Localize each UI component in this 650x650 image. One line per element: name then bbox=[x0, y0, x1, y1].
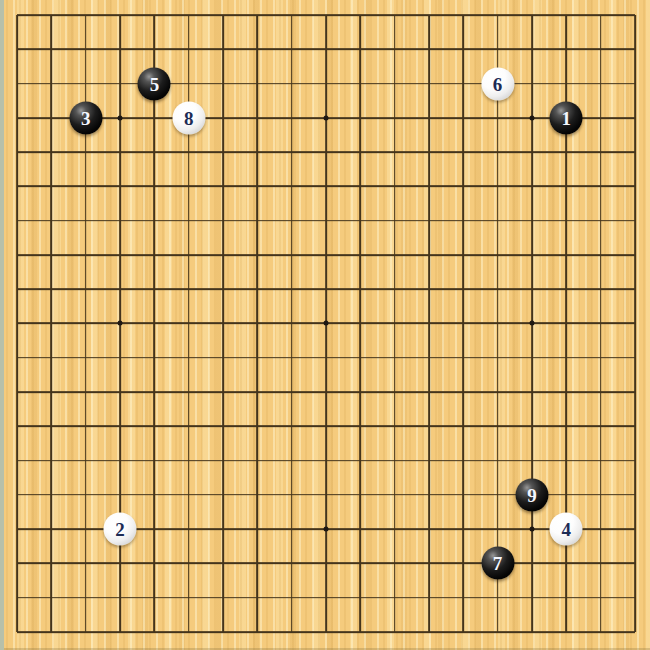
intersection-13-13[interactable] bbox=[412, 409, 446, 443]
intersection-19-10[interactable] bbox=[618, 306, 650, 340]
intersection-14-2[interactable] bbox=[446, 32, 480, 66]
intersection-3-12[interactable] bbox=[69, 375, 103, 409]
intersection-18-17[interactable] bbox=[583, 546, 617, 580]
intersection-10-4[interactable] bbox=[309, 101, 343, 135]
intersection-10-7[interactable] bbox=[309, 204, 343, 238]
intersection-17-3[interactable] bbox=[549, 67, 583, 101]
intersection-15-18[interactable] bbox=[480, 580, 514, 614]
intersection-3-16[interactable] bbox=[69, 512, 103, 546]
intersection-18-1[interactable] bbox=[583, 0, 617, 32]
intersection-4-4[interactable] bbox=[103, 101, 137, 135]
intersection-17-16[interactable]: 4 bbox=[549, 512, 583, 546]
intersection-13-15[interactable] bbox=[412, 478, 446, 512]
intersection-10-8[interactable] bbox=[309, 238, 343, 272]
intersection-4-10[interactable] bbox=[103, 306, 137, 340]
intersection-16-7[interactable] bbox=[515, 204, 549, 238]
intersection-12-1[interactable] bbox=[377, 0, 411, 32]
intersection-9-6[interactable] bbox=[275, 169, 309, 203]
intersection-19-7[interactable] bbox=[618, 204, 650, 238]
intersection-17-6[interactable] bbox=[549, 169, 583, 203]
intersection-14-16[interactable] bbox=[446, 512, 480, 546]
intersection-17-4[interactable]: 1 bbox=[549, 101, 583, 135]
intersection-8-14[interactable] bbox=[240, 443, 274, 477]
intersection-11-19[interactable] bbox=[343, 615, 377, 649]
intersection-1-10[interactable] bbox=[0, 306, 34, 340]
intersection-19-13[interactable] bbox=[618, 409, 650, 443]
intersection-8-13[interactable] bbox=[240, 409, 274, 443]
intersection-19-4[interactable] bbox=[618, 101, 650, 135]
intersection-19-8[interactable] bbox=[618, 238, 650, 272]
intersection-4-13[interactable] bbox=[103, 409, 137, 443]
intersection-10-11[interactable] bbox=[309, 341, 343, 375]
intersection-7-5[interactable] bbox=[206, 135, 240, 169]
intersection-13-8[interactable] bbox=[412, 238, 446, 272]
intersection-3-14[interactable] bbox=[69, 443, 103, 477]
intersection-9-9[interactable] bbox=[275, 272, 309, 306]
intersection-5-12[interactable] bbox=[137, 375, 171, 409]
intersection-6-3[interactable] bbox=[172, 67, 206, 101]
intersection-16-14[interactable] bbox=[515, 443, 549, 477]
intersection-9-4[interactable] bbox=[275, 101, 309, 135]
intersection-12-8[interactable] bbox=[377, 238, 411, 272]
intersection-6-14[interactable] bbox=[172, 443, 206, 477]
intersection-11-2[interactable] bbox=[343, 32, 377, 66]
intersection-14-11[interactable] bbox=[446, 341, 480, 375]
intersection-7-19[interactable] bbox=[206, 615, 240, 649]
intersection-3-4[interactable]: 3 bbox=[69, 101, 103, 135]
intersection-12-16[interactable] bbox=[377, 512, 411, 546]
intersection-13-10[interactable] bbox=[412, 306, 446, 340]
intersection-11-6[interactable] bbox=[343, 169, 377, 203]
intersection-2-4[interactable] bbox=[34, 101, 68, 135]
intersection-11-9[interactable] bbox=[343, 272, 377, 306]
intersection-4-15[interactable] bbox=[103, 478, 137, 512]
intersection-1-11[interactable] bbox=[0, 341, 34, 375]
intersection-17-1[interactable] bbox=[549, 0, 583, 32]
intersection-19-3[interactable] bbox=[618, 67, 650, 101]
intersection-17-18[interactable] bbox=[549, 580, 583, 614]
intersection-15-1[interactable] bbox=[480, 0, 514, 32]
intersection-10-1[interactable] bbox=[309, 0, 343, 32]
intersection-15-16[interactable] bbox=[480, 512, 514, 546]
intersection-9-7[interactable] bbox=[275, 204, 309, 238]
intersection-19-2[interactable] bbox=[618, 32, 650, 66]
intersection-7-2[interactable] bbox=[206, 32, 240, 66]
intersection-2-6[interactable] bbox=[34, 169, 68, 203]
intersection-9-8[interactable] bbox=[275, 238, 309, 272]
intersection-16-10[interactable] bbox=[515, 306, 549, 340]
intersection-17-7[interactable] bbox=[549, 204, 583, 238]
intersection-15-10[interactable] bbox=[480, 306, 514, 340]
intersection-3-13[interactable] bbox=[69, 409, 103, 443]
intersection-11-4[interactable] bbox=[343, 101, 377, 135]
intersection-10-6[interactable] bbox=[309, 169, 343, 203]
intersection-5-8[interactable] bbox=[137, 238, 171, 272]
intersection-6-18[interactable] bbox=[172, 580, 206, 614]
intersection-8-2[interactable] bbox=[240, 32, 274, 66]
intersection-9-3[interactable] bbox=[275, 67, 309, 101]
intersection-2-15[interactable] bbox=[34, 478, 68, 512]
intersection-10-14[interactable] bbox=[309, 443, 343, 477]
intersection-18-6[interactable] bbox=[583, 169, 617, 203]
intersection-10-19[interactable] bbox=[309, 615, 343, 649]
intersection-8-1[interactable] bbox=[240, 0, 274, 32]
intersection-2-17[interactable] bbox=[34, 546, 68, 580]
intersection-18-11[interactable] bbox=[583, 341, 617, 375]
intersection-15-11[interactable] bbox=[480, 341, 514, 375]
intersection-13-18[interactable] bbox=[412, 580, 446, 614]
intersection-16-19[interactable] bbox=[515, 615, 549, 649]
intersection-10-5[interactable] bbox=[309, 135, 343, 169]
intersection-3-5[interactable] bbox=[69, 135, 103, 169]
intersection-3-7[interactable] bbox=[69, 204, 103, 238]
intersection-17-19[interactable] bbox=[549, 615, 583, 649]
intersection-15-12[interactable] bbox=[480, 375, 514, 409]
intersection-2-8[interactable] bbox=[34, 238, 68, 272]
intersection-13-4[interactable] bbox=[412, 101, 446, 135]
intersection-14-15[interactable] bbox=[446, 478, 480, 512]
intersection-8-10[interactable] bbox=[240, 306, 274, 340]
intersection-16-3[interactable] bbox=[515, 67, 549, 101]
intersection-12-2[interactable] bbox=[377, 32, 411, 66]
intersection-12-17[interactable] bbox=[377, 546, 411, 580]
intersection-5-13[interactable] bbox=[137, 409, 171, 443]
intersection-18-9[interactable] bbox=[583, 272, 617, 306]
intersection-1-15[interactable] bbox=[0, 478, 34, 512]
intersection-4-5[interactable] bbox=[103, 135, 137, 169]
intersection-7-9[interactable] bbox=[206, 272, 240, 306]
intersection-2-19[interactable] bbox=[34, 615, 68, 649]
intersection-2-1[interactable] bbox=[34, 0, 68, 32]
intersection-8-7[interactable] bbox=[240, 204, 274, 238]
intersection-18-13[interactable] bbox=[583, 409, 617, 443]
intersection-3-15[interactable] bbox=[69, 478, 103, 512]
intersection-3-3[interactable] bbox=[69, 67, 103, 101]
intersection-10-2[interactable] bbox=[309, 32, 343, 66]
intersection-14-10[interactable] bbox=[446, 306, 480, 340]
intersection-14-17[interactable] bbox=[446, 546, 480, 580]
intersection-4-12[interactable] bbox=[103, 375, 137, 409]
intersection-9-19[interactable] bbox=[275, 615, 309, 649]
intersection-5-3[interactable]: 5 bbox=[137, 67, 171, 101]
intersection-5-11[interactable] bbox=[137, 341, 171, 375]
intersection-14-3[interactable] bbox=[446, 67, 480, 101]
intersection-4-11[interactable] bbox=[103, 341, 137, 375]
intersection-17-15[interactable] bbox=[549, 478, 583, 512]
intersection-2-10[interactable] bbox=[34, 306, 68, 340]
intersection-2-12[interactable] bbox=[34, 375, 68, 409]
intersection-13-14[interactable] bbox=[412, 443, 446, 477]
intersection-9-18[interactable] bbox=[275, 580, 309, 614]
intersection-7-7[interactable] bbox=[206, 204, 240, 238]
intersection-16-16[interactable] bbox=[515, 512, 549, 546]
intersection-6-5[interactable] bbox=[172, 135, 206, 169]
intersection-18-2[interactable] bbox=[583, 32, 617, 66]
intersection-13-11[interactable] bbox=[412, 341, 446, 375]
intersection-5-9[interactable] bbox=[137, 272, 171, 306]
intersection-12-6[interactable] bbox=[377, 169, 411, 203]
intersection-14-4[interactable] bbox=[446, 101, 480, 135]
intersection-7-15[interactable] bbox=[206, 478, 240, 512]
intersection-11-16[interactable] bbox=[343, 512, 377, 546]
intersection-1-2[interactable] bbox=[0, 32, 34, 66]
intersection-9-14[interactable] bbox=[275, 443, 309, 477]
intersection-15-9[interactable] bbox=[480, 272, 514, 306]
intersection-16-18[interactable] bbox=[515, 580, 549, 614]
intersection-14-6[interactable] bbox=[446, 169, 480, 203]
intersection-2-2[interactable] bbox=[34, 32, 68, 66]
intersection-10-18[interactable] bbox=[309, 580, 343, 614]
intersection-15-19[interactable] bbox=[480, 615, 514, 649]
intersection-6-4[interactable]: 8 bbox=[172, 101, 206, 135]
intersection-6-17[interactable] bbox=[172, 546, 206, 580]
intersection-12-13[interactable] bbox=[377, 409, 411, 443]
intersection-4-6[interactable] bbox=[103, 169, 137, 203]
intersection-8-9[interactable] bbox=[240, 272, 274, 306]
intersection-1-5[interactable] bbox=[0, 135, 34, 169]
intersection-5-6[interactable] bbox=[137, 169, 171, 203]
intersection-8-19[interactable] bbox=[240, 615, 274, 649]
intersection-13-3[interactable] bbox=[412, 67, 446, 101]
intersection-7-16[interactable] bbox=[206, 512, 240, 546]
intersection-9-13[interactable] bbox=[275, 409, 309, 443]
intersection-15-2[interactable] bbox=[480, 32, 514, 66]
intersection-19-12[interactable] bbox=[618, 375, 650, 409]
intersection-12-9[interactable] bbox=[377, 272, 411, 306]
intersection-5-18[interactable] bbox=[137, 580, 171, 614]
intersection-7-12[interactable] bbox=[206, 375, 240, 409]
intersection-5-19[interactable] bbox=[137, 615, 171, 649]
intersection-6-10[interactable] bbox=[172, 306, 206, 340]
intersection-15-3[interactable]: 6 bbox=[480, 67, 514, 101]
intersection-18-10[interactable] bbox=[583, 306, 617, 340]
intersection-18-16[interactable] bbox=[583, 512, 617, 546]
intersection-16-11[interactable] bbox=[515, 341, 549, 375]
intersection-2-14[interactable] bbox=[34, 443, 68, 477]
intersection-16-4[interactable] bbox=[515, 101, 549, 135]
intersection-10-10[interactable] bbox=[309, 306, 343, 340]
intersection-19-19[interactable] bbox=[618, 615, 650, 649]
intersection-1-9[interactable] bbox=[0, 272, 34, 306]
intersection-19-9[interactable] bbox=[618, 272, 650, 306]
intersection-19-1[interactable] bbox=[618, 0, 650, 32]
intersection-15-15[interactable] bbox=[480, 478, 514, 512]
intersection-2-3[interactable] bbox=[34, 67, 68, 101]
intersection-3-2[interactable] bbox=[69, 32, 103, 66]
intersection-11-7[interactable] bbox=[343, 204, 377, 238]
intersection-11-11[interactable] bbox=[343, 341, 377, 375]
intersection-15-13[interactable] bbox=[480, 409, 514, 443]
intersection-17-5[interactable] bbox=[549, 135, 583, 169]
intersection-17-2[interactable] bbox=[549, 32, 583, 66]
intersection-12-5[interactable] bbox=[377, 135, 411, 169]
intersection-4-7[interactable] bbox=[103, 204, 137, 238]
intersection-15-14[interactable] bbox=[480, 443, 514, 477]
intersection-15-7[interactable] bbox=[480, 204, 514, 238]
intersection-6-9[interactable] bbox=[172, 272, 206, 306]
intersection-17-14[interactable] bbox=[549, 443, 583, 477]
intersection-12-19[interactable] bbox=[377, 615, 411, 649]
intersection-4-8[interactable] bbox=[103, 238, 137, 272]
intersection-13-2[interactable] bbox=[412, 32, 446, 66]
intersection-5-2[interactable] bbox=[137, 32, 171, 66]
intersection-10-9[interactable] bbox=[309, 272, 343, 306]
intersection-17-9[interactable] bbox=[549, 272, 583, 306]
intersection-15-4[interactable] bbox=[480, 101, 514, 135]
intersection-7-11[interactable] bbox=[206, 341, 240, 375]
intersection-19-16[interactable] bbox=[618, 512, 650, 546]
intersection-16-12[interactable] bbox=[515, 375, 549, 409]
intersection-5-10[interactable] bbox=[137, 306, 171, 340]
intersection-6-1[interactable] bbox=[172, 0, 206, 32]
intersection-2-18[interactable] bbox=[34, 580, 68, 614]
intersection-11-8[interactable] bbox=[343, 238, 377, 272]
intersection-4-3[interactable] bbox=[103, 67, 137, 101]
intersection-6-16[interactable] bbox=[172, 512, 206, 546]
intersection-8-8[interactable] bbox=[240, 238, 274, 272]
intersection-1-13[interactable] bbox=[0, 409, 34, 443]
intersection-14-13[interactable] bbox=[446, 409, 480, 443]
intersection-5-5[interactable] bbox=[137, 135, 171, 169]
intersection-18-4[interactable] bbox=[583, 101, 617, 135]
intersection-8-16[interactable] bbox=[240, 512, 274, 546]
intersection-14-7[interactable] bbox=[446, 204, 480, 238]
intersection-4-2[interactable] bbox=[103, 32, 137, 66]
intersection-9-10[interactable] bbox=[275, 306, 309, 340]
intersection-13-12[interactable] bbox=[412, 375, 446, 409]
intersection-12-10[interactable] bbox=[377, 306, 411, 340]
intersection-6-6[interactable] bbox=[172, 169, 206, 203]
intersection-12-14[interactable] bbox=[377, 443, 411, 477]
intersection-3-8[interactable] bbox=[69, 238, 103, 272]
intersection-14-1[interactable] bbox=[446, 0, 480, 32]
intersection-12-15[interactable] bbox=[377, 478, 411, 512]
intersection-9-2[interactable] bbox=[275, 32, 309, 66]
intersection-9-15[interactable] bbox=[275, 478, 309, 512]
intersection-18-15[interactable] bbox=[583, 478, 617, 512]
intersection-19-5[interactable] bbox=[618, 135, 650, 169]
intersection-13-17[interactable] bbox=[412, 546, 446, 580]
intersection-1-7[interactable] bbox=[0, 204, 34, 238]
intersection-5-17[interactable] bbox=[137, 546, 171, 580]
intersection-3-19[interactable] bbox=[69, 615, 103, 649]
intersection-14-8[interactable] bbox=[446, 238, 480, 272]
intersection-12-4[interactable] bbox=[377, 101, 411, 135]
intersection-4-1[interactable] bbox=[103, 0, 137, 32]
intersection-19-14[interactable] bbox=[618, 443, 650, 477]
intersection-1-1[interactable] bbox=[0, 0, 34, 32]
intersection-18-18[interactable] bbox=[583, 580, 617, 614]
intersection-13-6[interactable] bbox=[412, 169, 446, 203]
intersection-7-10[interactable] bbox=[206, 306, 240, 340]
intersection-19-11[interactable] bbox=[618, 341, 650, 375]
intersection-1-14[interactable] bbox=[0, 443, 34, 477]
intersection-3-11[interactable] bbox=[69, 341, 103, 375]
intersection-2-13[interactable] bbox=[34, 409, 68, 443]
intersection-10-16[interactable] bbox=[309, 512, 343, 546]
intersection-8-18[interactable] bbox=[240, 580, 274, 614]
intersection-3-9[interactable] bbox=[69, 272, 103, 306]
intersection-13-5[interactable] bbox=[412, 135, 446, 169]
intersection-10-12[interactable] bbox=[309, 375, 343, 409]
intersection-8-3[interactable] bbox=[240, 67, 274, 101]
intersection-11-12[interactable] bbox=[343, 375, 377, 409]
intersection-9-11[interactable] bbox=[275, 341, 309, 375]
intersection-7-14[interactable] bbox=[206, 443, 240, 477]
intersection-13-9[interactable] bbox=[412, 272, 446, 306]
intersection-14-5[interactable] bbox=[446, 135, 480, 169]
intersection-6-13[interactable] bbox=[172, 409, 206, 443]
intersection-16-6[interactable] bbox=[515, 169, 549, 203]
intersection-17-13[interactable] bbox=[549, 409, 583, 443]
intersection-7-18[interactable] bbox=[206, 580, 240, 614]
intersection-16-2[interactable] bbox=[515, 32, 549, 66]
intersection-6-2[interactable] bbox=[172, 32, 206, 66]
intersection-16-9[interactable] bbox=[515, 272, 549, 306]
intersection-7-17[interactable] bbox=[206, 546, 240, 580]
intersection-3-1[interactable] bbox=[69, 0, 103, 32]
intersection-18-8[interactable] bbox=[583, 238, 617, 272]
intersection-13-19[interactable] bbox=[412, 615, 446, 649]
intersection-16-1[interactable] bbox=[515, 0, 549, 32]
intersection-19-15[interactable] bbox=[618, 478, 650, 512]
intersection-6-11[interactable] bbox=[172, 341, 206, 375]
intersection-3-18[interactable] bbox=[69, 580, 103, 614]
intersection-7-6[interactable] bbox=[206, 169, 240, 203]
intersection-4-9[interactable] bbox=[103, 272, 137, 306]
intersection-7-8[interactable] bbox=[206, 238, 240, 272]
intersection-5-15[interactable] bbox=[137, 478, 171, 512]
intersection-6-15[interactable] bbox=[172, 478, 206, 512]
intersection-12-11[interactable] bbox=[377, 341, 411, 375]
intersection-10-17[interactable] bbox=[309, 546, 343, 580]
intersection-9-16[interactable] bbox=[275, 512, 309, 546]
intersection-6-8[interactable] bbox=[172, 238, 206, 272]
intersection-1-8[interactable] bbox=[0, 238, 34, 272]
intersection-7-4[interactable] bbox=[206, 101, 240, 135]
intersection-8-12[interactable] bbox=[240, 375, 274, 409]
intersection-16-15[interactable]: 9 bbox=[515, 478, 549, 512]
intersection-18-12[interactable] bbox=[583, 375, 617, 409]
intersection-4-16[interactable]: 2 bbox=[103, 512, 137, 546]
intersection-5-1[interactable] bbox=[137, 0, 171, 32]
intersection-5-16[interactable] bbox=[137, 512, 171, 546]
intersection-12-12[interactable] bbox=[377, 375, 411, 409]
intersection-10-3[interactable] bbox=[309, 67, 343, 101]
intersection-14-9[interactable] bbox=[446, 272, 480, 306]
intersection-2-9[interactable] bbox=[34, 272, 68, 306]
intersection-5-14[interactable] bbox=[137, 443, 171, 477]
intersection-7-13[interactable] bbox=[206, 409, 240, 443]
intersection-13-16[interactable] bbox=[412, 512, 446, 546]
intersection-4-19[interactable] bbox=[103, 615, 137, 649]
intersection-15-6[interactable] bbox=[480, 169, 514, 203]
intersection-6-7[interactable] bbox=[172, 204, 206, 238]
intersection-2-7[interactable] bbox=[34, 204, 68, 238]
intersection-11-1[interactable] bbox=[343, 0, 377, 32]
intersection-11-10[interactable] bbox=[343, 306, 377, 340]
intersection-18-3[interactable] bbox=[583, 67, 617, 101]
intersection-11-13[interactable] bbox=[343, 409, 377, 443]
intersection-18-5[interactable] bbox=[583, 135, 617, 169]
intersection-11-17[interactable] bbox=[343, 546, 377, 580]
intersection-17-11[interactable] bbox=[549, 341, 583, 375]
intersection-4-14[interactable] bbox=[103, 443, 137, 477]
intersection-13-1[interactable] bbox=[412, 0, 446, 32]
intersection-1-16[interactable] bbox=[0, 512, 34, 546]
intersection-17-17[interactable] bbox=[549, 546, 583, 580]
intersection-1-4[interactable] bbox=[0, 101, 34, 135]
